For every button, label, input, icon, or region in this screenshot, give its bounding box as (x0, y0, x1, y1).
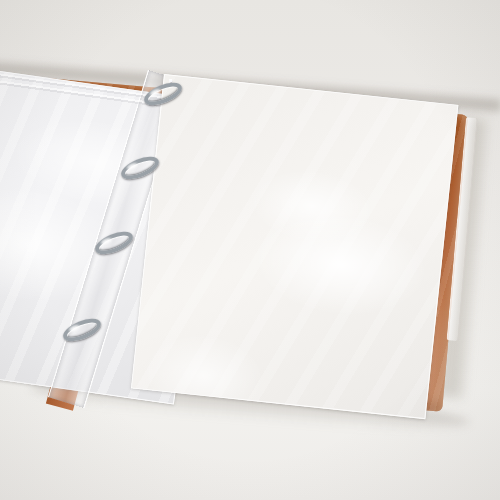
right-pocket-page (131, 74, 458, 419)
right-page-plastic-glare (132, 75, 457, 418)
pocket-cell (169, 80, 171, 82)
photo-coin-album (0, 0, 500, 500)
